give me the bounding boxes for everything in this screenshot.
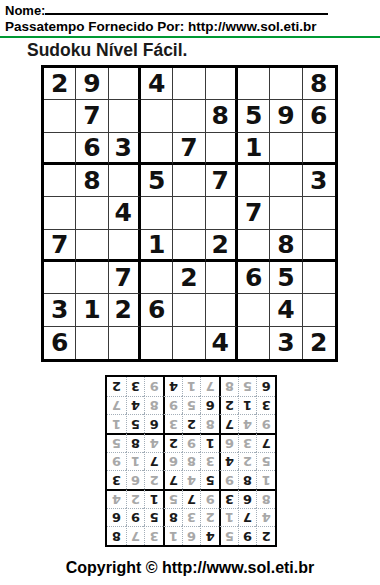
solution-cell: 5 xyxy=(238,377,257,396)
puzzle-cell: 5 xyxy=(238,100,270,132)
puzzle-cell: 6 xyxy=(238,262,270,294)
name-blank-line xyxy=(45,2,328,15)
page-title: Sudoku Nível Fácil. xyxy=(27,40,187,61)
solution-cell: 1 xyxy=(126,452,145,471)
puzzle-cell xyxy=(141,133,173,165)
solution-cell: 8 xyxy=(182,452,201,471)
puzzle-cell xyxy=(303,197,335,229)
puzzle-cell: 2 xyxy=(44,68,76,100)
puzzle-cell xyxy=(141,100,173,132)
solution-cell: 4 xyxy=(126,396,145,415)
puzzle-cell: 7 xyxy=(173,133,205,165)
puzzle-cell: 2 xyxy=(206,230,238,262)
puzzle-cell xyxy=(109,100,141,132)
solution-cell: 5 xyxy=(200,470,219,489)
puzzle-cell: 9 xyxy=(76,68,108,100)
puzzle-cell xyxy=(206,133,238,165)
puzzle-cell xyxy=(141,197,173,229)
puzzle-cell xyxy=(173,100,205,132)
puzzle-cell xyxy=(206,197,238,229)
puzzle-cell xyxy=(173,68,205,100)
puzzle-cell: 8 xyxy=(270,230,302,262)
solution-cell: 5 xyxy=(219,526,238,545)
solution-cell: 9 xyxy=(163,396,182,415)
solution-cell: 6 xyxy=(256,377,275,396)
puzzle-cell xyxy=(270,68,302,100)
solution-cell: 8 xyxy=(107,526,126,545)
puzzle-cell: 5 xyxy=(141,165,173,197)
solution-cell: 1 xyxy=(200,433,219,452)
solution-cell: 4 xyxy=(219,452,238,471)
puzzle-cell xyxy=(238,230,270,262)
solution-cell: 3 xyxy=(182,508,201,527)
puzzle-cell xyxy=(238,327,270,359)
puzzle-cell: 3 xyxy=(270,327,302,359)
solution-cell: 8 xyxy=(238,470,257,489)
puzzle-cell: 2 xyxy=(303,327,335,359)
puzzle-cell xyxy=(206,262,238,294)
solution-cell: 6 xyxy=(219,433,238,452)
solution-cell: 4 xyxy=(163,377,182,396)
puzzle-cell: 5 xyxy=(270,262,302,294)
puzzle-cell: 3 xyxy=(44,294,76,326)
solution-cell: 3 xyxy=(107,470,126,489)
solution-cell: 6 xyxy=(126,470,145,489)
puzzle-cell: 2 xyxy=(173,262,205,294)
green-divider-rule xyxy=(0,36,380,38)
solution-cell: 1 xyxy=(182,377,201,396)
solution-cell: 4 xyxy=(200,526,219,545)
solution-cell: 7 xyxy=(256,433,275,452)
puzzle-cell xyxy=(270,165,302,197)
sudoku-solution-grid-rotated: 2954613784712385968639751241895472635243… xyxy=(105,375,277,547)
puzzle-cell: 6 xyxy=(44,327,76,359)
puzzle-cell xyxy=(206,294,238,326)
solution-cell: 3 xyxy=(219,489,238,508)
name-label: Nome: xyxy=(5,3,45,18)
puzzle-cell: 8 xyxy=(206,100,238,132)
puzzle-cell: 3 xyxy=(303,165,335,197)
provider-text: Passatempo Fornecido Por: http://www.sol… xyxy=(5,19,317,34)
puzzle-cell xyxy=(173,197,205,229)
solution-cell: 2 xyxy=(107,377,126,396)
puzzle-cell xyxy=(141,262,173,294)
puzzle-cell: 4 xyxy=(270,294,302,326)
copyright-text: Copyright © http://www.sol.eti.br xyxy=(0,559,380,577)
solution-cell: 9 xyxy=(126,508,145,527)
solution-cell: 9 xyxy=(144,377,163,396)
puzzle-cell: 6 xyxy=(76,133,108,165)
puzzle-cell xyxy=(173,294,205,326)
solution-cell: 3 xyxy=(256,396,275,415)
solution-cell: 2 xyxy=(256,526,275,545)
puzzle-cell xyxy=(109,68,141,100)
solution-cell: 6 xyxy=(144,414,163,433)
puzzle-cell xyxy=(238,165,270,197)
solution-cell: 8 xyxy=(144,396,163,415)
puzzle-cell xyxy=(303,294,335,326)
solution-cell: 5 xyxy=(126,414,145,433)
solution-cell: 4 xyxy=(256,508,275,527)
solution-cell: 9 xyxy=(238,526,257,545)
solution-cell: 7 xyxy=(126,526,145,545)
puzzle-cell: 4 xyxy=(141,68,173,100)
puzzle-cell xyxy=(76,327,108,359)
solution-cell: 6 xyxy=(163,452,182,471)
puzzle-cell xyxy=(76,230,108,262)
solution-cell: 2 xyxy=(163,433,182,452)
solution-cell: 2 xyxy=(200,508,219,527)
puzzle-cell: 1 xyxy=(141,230,173,262)
puzzle-cell: 7 xyxy=(206,165,238,197)
puzzle-cell xyxy=(270,197,302,229)
puzzle-cell xyxy=(206,68,238,100)
solution-cell: 9 xyxy=(200,489,219,508)
solution-cell: 6 xyxy=(182,526,201,545)
solution-cell: 7 xyxy=(182,489,201,508)
puzzle-cell: 1 xyxy=(76,294,108,326)
solution-cell: 8 xyxy=(219,377,238,396)
solution-cell: 2 xyxy=(144,470,163,489)
solution-cell: 4 xyxy=(238,414,257,433)
puzzle-cell: 7 xyxy=(109,262,141,294)
puzzle-cell: 4 xyxy=(109,197,141,229)
puzzle-cell xyxy=(238,294,270,326)
solution-cell: 1 xyxy=(144,489,163,508)
puzzle-cell xyxy=(141,327,173,359)
puzzle-cell xyxy=(44,197,76,229)
solution-cell: 5 xyxy=(182,396,201,415)
puzzle-cell: 8 xyxy=(303,68,335,100)
puzzle-cell xyxy=(44,165,76,197)
solution-cell: 7 xyxy=(144,452,163,471)
name-field-row: Nome: xyxy=(5,2,328,18)
puzzle-cell xyxy=(303,262,335,294)
solution-cell: 5 xyxy=(144,508,163,527)
solution-cell: 8 xyxy=(126,433,145,452)
puzzle-cell: 7 xyxy=(76,100,108,132)
solution-cell: 2 xyxy=(182,414,201,433)
puzzle-cell xyxy=(44,262,76,294)
solution-cell: 9 xyxy=(256,414,275,433)
solution-cell: 8 xyxy=(200,414,219,433)
sudoku-puzzle-grid: 294878596637185734771287265312646432 xyxy=(41,65,338,362)
puzzle-cell xyxy=(76,262,108,294)
solution-cell: 3 xyxy=(200,452,219,471)
puzzle-cell xyxy=(270,133,302,165)
solution-cell: 7 xyxy=(107,396,126,415)
solution-cell: 2 xyxy=(238,452,257,471)
solution-cell: 8 xyxy=(163,508,182,527)
solution-cell: 3 xyxy=(126,377,145,396)
solution-cell: 1 xyxy=(107,414,126,433)
solution-cell: 9 xyxy=(107,452,126,471)
puzzle-cell xyxy=(173,327,205,359)
puzzle-cell xyxy=(303,133,335,165)
puzzle-cell xyxy=(44,133,76,165)
puzzle-cell xyxy=(109,165,141,197)
puzzle-cell: 8 xyxy=(76,165,108,197)
puzzle-cell: 6 xyxy=(303,100,335,132)
puzzle-cell: 9 xyxy=(270,100,302,132)
puzzle-cell xyxy=(173,165,205,197)
solution-cell: 6 xyxy=(200,396,219,415)
puzzle-cell: 3 xyxy=(109,133,141,165)
solution-cell: 1 xyxy=(238,396,257,415)
solution-cell: 9 xyxy=(182,433,201,452)
puzzle-cell: 4 xyxy=(206,327,238,359)
solution-cell: 4 xyxy=(107,489,126,508)
puzzle-cell: 2 xyxy=(109,294,141,326)
solution-cell: 2 xyxy=(219,396,238,415)
solution-cell: 3 xyxy=(144,526,163,545)
solution-cell: 3 xyxy=(238,433,257,452)
puzzle-cell xyxy=(109,230,141,262)
puzzle-cell xyxy=(109,327,141,359)
solution-cell: 4 xyxy=(144,433,163,452)
solution-cell: 8 xyxy=(256,489,275,508)
puzzle-cell xyxy=(303,230,335,262)
solution-cell: 7 xyxy=(200,377,219,396)
solution-cell: 1 xyxy=(163,526,182,545)
puzzle-cell xyxy=(76,197,108,229)
solution-cell: 7 xyxy=(219,414,238,433)
solution-cell: 9 xyxy=(219,470,238,489)
solution-cell: 7 xyxy=(238,508,257,527)
puzzle-cell: 1 xyxy=(238,133,270,165)
puzzle-cell xyxy=(238,68,270,100)
puzzle-cell: 6 xyxy=(141,294,173,326)
solution-cell: 4 xyxy=(182,470,201,489)
puzzle-cell xyxy=(44,100,76,132)
solution-cell: 6 xyxy=(238,489,257,508)
solution-cell: 3 xyxy=(163,414,182,433)
puzzle-cell: 7 xyxy=(238,197,270,229)
puzzle-cell xyxy=(173,230,205,262)
solution-cell: 5 xyxy=(163,489,182,508)
solution-cell: 1 xyxy=(256,470,275,489)
solution-cell: 5 xyxy=(256,452,275,471)
puzzle-cell: 7 xyxy=(44,230,76,262)
solution-cell: 7 xyxy=(163,470,182,489)
solution-cell: 1 xyxy=(219,508,238,527)
solution-cell: 5 xyxy=(107,433,126,452)
solution-cell: 2 xyxy=(126,489,145,508)
solution-cell: 6 xyxy=(107,508,126,527)
